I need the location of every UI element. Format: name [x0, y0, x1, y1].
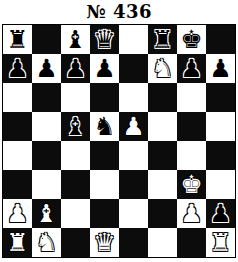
square-b6 — [32, 83, 61, 112]
square-f3 — [148, 170, 177, 199]
square-f8: ♜ — [148, 25, 177, 54]
square-d6 — [90, 83, 119, 112]
square-e4 — [119, 141, 148, 170]
square-f7: ♞ — [148, 54, 177, 83]
black-bishop-piece: ♝ — [64, 112, 86, 141]
square-d3 — [90, 170, 119, 199]
square-h7: ♟ — [206, 54, 235, 83]
white-rook-piece: ♜ — [209, 228, 231, 257]
black-pawn-piece: ♟ — [93, 54, 115, 83]
chess-board: ♜♝♛♜♚♟♟♟♟♞♟♟♝♞♟♚♟♝♟♟♜♞♛♜ — [2, 24, 236, 258]
square-d5: ♞ — [90, 112, 119, 141]
square-h6 — [206, 83, 235, 112]
black-rook-piece: ♜ — [6, 25, 28, 54]
puzzle-diagram-page: № 436 ♜♝♛♜♚♟♟♟♟♞♟♟♝♞♟♚♟♝♟♟♜♞♛♜ — [0, 0, 238, 262]
square-b5 — [32, 112, 61, 141]
black-pawn-piece: ♟ — [209, 54, 231, 83]
square-a4 — [3, 141, 32, 170]
square-a6 — [3, 83, 32, 112]
square-g8: ♚ — [177, 25, 206, 54]
square-f6 — [148, 83, 177, 112]
square-b7: ♟ — [32, 54, 61, 83]
square-f1 — [148, 228, 177, 257]
square-a2: ♟ — [3, 199, 32, 228]
square-g1 — [177, 228, 206, 257]
black-pawn-piece: ♟ — [6, 54, 28, 83]
square-e7 — [119, 54, 148, 83]
square-e3 — [119, 170, 148, 199]
black-rook-piece: ♜ — [151, 25, 173, 54]
square-d1: ♛ — [90, 228, 119, 257]
square-a8: ♜ — [3, 25, 32, 54]
square-c2 — [61, 199, 90, 228]
white-knight-piece: ♞ — [35, 228, 57, 257]
square-g2: ♟ — [177, 199, 206, 228]
white-bishop-piece: ♝ — [35, 199, 57, 228]
square-b1: ♞ — [32, 228, 61, 257]
square-c6 — [61, 83, 90, 112]
white-pawn-piece: ♟ — [6, 199, 28, 228]
white-knight-piece: ♞ — [151, 54, 173, 83]
square-e2 — [119, 199, 148, 228]
square-a3 — [3, 170, 32, 199]
square-h5 — [206, 112, 235, 141]
black-queen-piece: ♛ — [93, 25, 115, 54]
square-e1 — [119, 228, 148, 257]
square-c7: ♟ — [61, 54, 90, 83]
square-h1: ♜ — [206, 228, 235, 257]
square-b8 — [32, 25, 61, 54]
square-c1 — [61, 228, 90, 257]
square-f5 — [148, 112, 177, 141]
square-c4 — [61, 141, 90, 170]
white-pawn-piece: ♟ — [180, 199, 202, 228]
white-queen-piece: ♛ — [93, 228, 115, 257]
square-h4 — [206, 141, 235, 170]
square-g7: ♟ — [177, 54, 206, 83]
square-h8 — [206, 25, 235, 54]
black-knight-piece: ♞ — [93, 112, 115, 141]
black-pawn-piece: ♟ — [180, 54, 202, 83]
white-rook-piece: ♜ — [6, 228, 28, 257]
square-g6 — [177, 83, 206, 112]
puzzle-number-title: № 436 — [0, 0, 238, 24]
square-e8 — [119, 25, 148, 54]
square-e5: ♟ — [119, 112, 148, 141]
square-g3: ♚ — [177, 170, 206, 199]
square-c5: ♝ — [61, 112, 90, 141]
square-d8: ♛ — [90, 25, 119, 54]
square-c8: ♝ — [61, 25, 90, 54]
black-king-piece: ♚ — [180, 25, 202, 54]
square-f4 — [148, 141, 177, 170]
square-g5 — [177, 112, 206, 141]
square-a1: ♜ — [3, 228, 32, 257]
square-d4 — [90, 141, 119, 170]
square-b3 — [32, 170, 61, 199]
square-f2 — [148, 199, 177, 228]
white-pawn-piece: ♟ — [122, 112, 144, 141]
black-pawn-piece: ♟ — [209, 199, 231, 228]
square-c3 — [61, 170, 90, 199]
square-d7: ♟ — [90, 54, 119, 83]
square-e6 — [119, 83, 148, 112]
square-h3 — [206, 170, 235, 199]
square-g4 — [177, 141, 206, 170]
square-h2: ♟ — [206, 199, 235, 228]
square-a5 — [3, 112, 32, 141]
black-bishop-piece: ♝ — [64, 25, 86, 54]
black-pawn-piece: ♟ — [64, 54, 86, 83]
black-pawn-piece: ♟ — [35, 54, 57, 83]
white-king-piece: ♚ — [180, 170, 202, 199]
square-b4 — [32, 141, 61, 170]
square-b2: ♝ — [32, 199, 61, 228]
square-a7: ♟ — [3, 54, 32, 83]
square-d2 — [90, 199, 119, 228]
